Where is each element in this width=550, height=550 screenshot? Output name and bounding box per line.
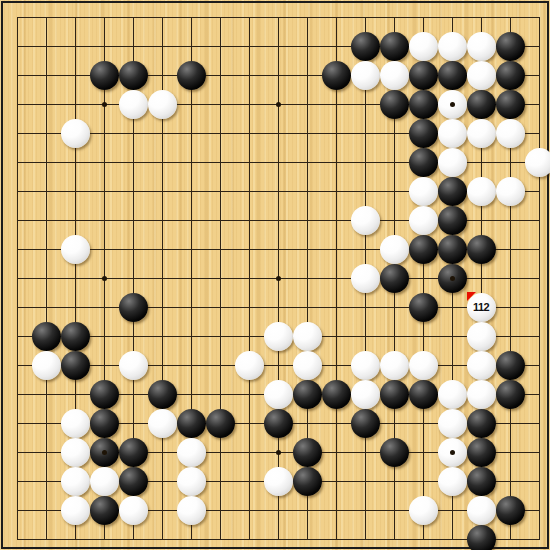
white-stone bbox=[438, 32, 467, 61]
white-stone bbox=[438, 409, 467, 438]
black-stone bbox=[119, 438, 148, 467]
black-stone bbox=[90, 61, 119, 90]
white-stone bbox=[61, 496, 90, 525]
black-stone bbox=[90, 380, 119, 409]
black-stone bbox=[293, 438, 322, 467]
black-stone bbox=[293, 380, 322, 409]
black-stone bbox=[467, 235, 496, 264]
black-stone bbox=[467, 467, 496, 496]
black-stone bbox=[438, 61, 467, 90]
go-board[interactable]: 112 bbox=[0, 0, 550, 550]
white-stone bbox=[409, 351, 438, 380]
black-stone bbox=[119, 467, 148, 496]
white-stone bbox=[61, 235, 90, 264]
star-point bbox=[102, 276, 107, 281]
white-stone bbox=[409, 496, 438, 525]
black-stone bbox=[264, 409, 293, 438]
black-stone bbox=[32, 322, 61, 351]
white-stone bbox=[235, 351, 264, 380]
star-point bbox=[102, 450, 107, 455]
black-stone bbox=[61, 322, 90, 351]
white-stone bbox=[438, 119, 467, 148]
black-stone bbox=[496, 90, 525, 119]
black-stone bbox=[61, 351, 90, 380]
white-stone bbox=[380, 235, 409, 264]
white-stone bbox=[409, 32, 438, 61]
white-stone bbox=[409, 206, 438, 235]
star-point bbox=[450, 102, 455, 107]
white-stone bbox=[32, 351, 61, 380]
black-stone bbox=[467, 525, 496, 550]
white-stone bbox=[119, 90, 148, 119]
white-stone bbox=[467, 351, 496, 380]
black-stone bbox=[467, 90, 496, 119]
white-stone bbox=[61, 467, 90, 496]
white-stone bbox=[351, 351, 380, 380]
black-stone bbox=[496, 380, 525, 409]
white-stone bbox=[380, 351, 409, 380]
white-stone bbox=[264, 380, 293, 409]
black-stone bbox=[409, 235, 438, 264]
white-stone bbox=[467, 380, 496, 409]
star-point bbox=[102, 102, 107, 107]
move-number-label: 112 bbox=[467, 293, 496, 322]
black-stone bbox=[380, 264, 409, 293]
white-stone bbox=[148, 409, 177, 438]
black-stone bbox=[409, 119, 438, 148]
white-stone bbox=[496, 119, 525, 148]
black-stone bbox=[90, 496, 119, 525]
black-stone bbox=[177, 61, 206, 90]
black-stone bbox=[380, 90, 409, 119]
white-stone bbox=[351, 380, 380, 409]
white-stone bbox=[438, 467, 467, 496]
white-stone bbox=[264, 322, 293, 351]
star-point bbox=[450, 276, 455, 281]
white-stone bbox=[293, 351, 322, 380]
black-stone bbox=[409, 90, 438, 119]
black-stone bbox=[438, 206, 467, 235]
black-stone bbox=[409, 293, 438, 322]
white-stone bbox=[380, 61, 409, 90]
white-stone bbox=[61, 119, 90, 148]
white-stone bbox=[351, 206, 380, 235]
white-stone bbox=[177, 496, 206, 525]
white-stone bbox=[467, 61, 496, 90]
black-stone bbox=[409, 380, 438, 409]
black-stone bbox=[496, 351, 525, 380]
black-stone bbox=[293, 467, 322, 496]
star-point bbox=[276, 102, 281, 107]
white-stone bbox=[438, 380, 467, 409]
white-stone bbox=[467, 496, 496, 525]
star-point bbox=[276, 276, 281, 281]
black-stone bbox=[351, 32, 380, 61]
black-stone bbox=[90, 409, 119, 438]
black-stone bbox=[177, 409, 206, 438]
white-stone bbox=[90, 467, 119, 496]
black-stone bbox=[467, 438, 496, 467]
black-stone bbox=[148, 380, 177, 409]
white-stone bbox=[409, 177, 438, 206]
black-stone bbox=[496, 32, 525, 61]
black-stone bbox=[322, 380, 351, 409]
black-stone bbox=[206, 409, 235, 438]
white-stone bbox=[61, 438, 90, 467]
black-stone bbox=[409, 61, 438, 90]
white-stone bbox=[351, 61, 380, 90]
star-point bbox=[276, 450, 281, 455]
white-stone bbox=[438, 148, 467, 177]
black-stone bbox=[380, 438, 409, 467]
black-stone bbox=[119, 293, 148, 322]
white-stone bbox=[293, 322, 322, 351]
black-stone bbox=[438, 235, 467, 264]
white-stone bbox=[119, 496, 148, 525]
white-stone bbox=[177, 467, 206, 496]
black-stone bbox=[496, 496, 525, 525]
white-stone bbox=[119, 351, 148, 380]
white-stone bbox=[467, 322, 496, 351]
black-stone bbox=[409, 148, 438, 177]
black-stone bbox=[119, 61, 148, 90]
black-stone bbox=[438, 177, 467, 206]
white-stone bbox=[467, 32, 496, 61]
white-stone bbox=[148, 90, 177, 119]
white-stone bbox=[496, 177, 525, 206]
white-stone bbox=[467, 119, 496, 148]
black-stone bbox=[380, 32, 409, 61]
white-stone bbox=[525, 148, 550, 177]
black-stone bbox=[380, 380, 409, 409]
white-stone bbox=[264, 467, 293, 496]
black-stone bbox=[467, 409, 496, 438]
black-stone bbox=[496, 61, 525, 90]
white-stone bbox=[61, 409, 90, 438]
white-stone bbox=[467, 177, 496, 206]
star-point bbox=[450, 450, 455, 455]
last-move-stone: 112 bbox=[467, 293, 496, 322]
white-stone bbox=[177, 438, 206, 467]
black-stone bbox=[351, 409, 380, 438]
black-stone bbox=[322, 61, 351, 90]
white-stone bbox=[351, 264, 380, 293]
